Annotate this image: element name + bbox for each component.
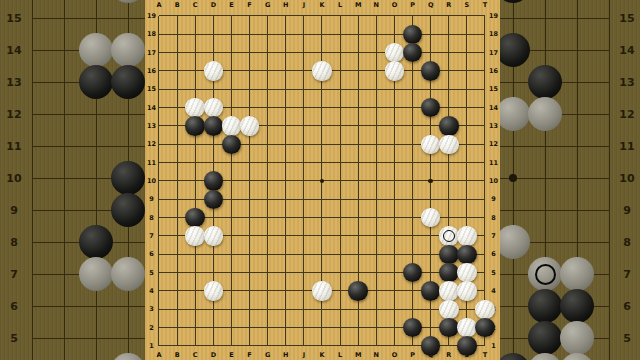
intersection-A3[interactable] bbox=[150, 300, 168, 318]
intersection-D1[interactable] bbox=[204, 337, 222, 355]
intersection-M14[interactable] bbox=[349, 98, 367, 116]
intersection-B3[interactable] bbox=[168, 300, 186, 318]
intersection-S7[interactable] bbox=[458, 227, 476, 245]
intersection-T19[interactable] bbox=[476, 7, 494, 25]
intersection-J7[interactable] bbox=[295, 227, 313, 245]
intersection-O13[interactable] bbox=[385, 117, 403, 135]
intersection-K1[interactable] bbox=[313, 337, 331, 355]
intersection-M1[interactable] bbox=[349, 337, 367, 355]
intersection-H16[interactable] bbox=[277, 62, 295, 80]
intersection-R18[interactable] bbox=[440, 25, 458, 43]
intersection-F7[interactable] bbox=[240, 227, 258, 245]
intersection-L16[interactable] bbox=[331, 62, 349, 80]
intersection-E1[interactable] bbox=[222, 337, 240, 355]
intersection-O9[interactable] bbox=[385, 190, 403, 208]
intersection-K17[interactable] bbox=[313, 43, 331, 61]
intersection-A4[interactable] bbox=[150, 282, 168, 300]
intersection-F16[interactable] bbox=[240, 62, 258, 80]
intersection-G8[interactable] bbox=[259, 208, 277, 226]
intersection-Q10[interactable] bbox=[422, 172, 440, 190]
intersection-K10[interactable] bbox=[313, 172, 331, 190]
intersection-J15[interactable] bbox=[295, 80, 313, 98]
intersection-Q16[interactable] bbox=[422, 62, 440, 80]
intersection-K7[interactable] bbox=[313, 227, 331, 245]
intersection-F19[interactable] bbox=[240, 7, 258, 25]
intersection-D19[interactable] bbox=[204, 7, 222, 25]
intersection-R8[interactable] bbox=[440, 208, 458, 226]
intersection-S11[interactable] bbox=[458, 153, 476, 171]
intersection-C19[interactable] bbox=[186, 7, 204, 25]
intersection-M17[interactable] bbox=[349, 43, 367, 61]
intersection-P18[interactable] bbox=[403, 25, 421, 43]
intersection-O11[interactable] bbox=[385, 153, 403, 171]
intersection-D16[interactable] bbox=[204, 62, 222, 80]
intersection-D9[interactable] bbox=[204, 190, 222, 208]
intersection-M9[interactable] bbox=[349, 190, 367, 208]
intersection-S19[interactable] bbox=[458, 7, 476, 25]
intersection-L13[interactable] bbox=[331, 117, 349, 135]
intersection-S10[interactable] bbox=[458, 172, 476, 190]
intersection-R15[interactable] bbox=[440, 80, 458, 98]
intersection-Q1[interactable] bbox=[422, 337, 440, 355]
intersection-Q12[interactable] bbox=[422, 135, 440, 153]
intersection-M7[interactable] bbox=[349, 227, 367, 245]
intersection-N9[interactable] bbox=[367, 190, 385, 208]
intersection-K2[interactable] bbox=[313, 318, 331, 336]
intersection-G1[interactable] bbox=[259, 337, 277, 355]
intersection-A10[interactable] bbox=[150, 172, 168, 190]
intersection-N1[interactable] bbox=[367, 337, 385, 355]
intersection-P6[interactable] bbox=[403, 245, 421, 263]
intersection-M6[interactable] bbox=[349, 245, 367, 263]
intersection-Q9[interactable] bbox=[422, 190, 440, 208]
intersection-H8[interactable] bbox=[277, 208, 295, 226]
intersection-O19[interactable] bbox=[385, 7, 403, 25]
intersection-D2[interactable] bbox=[204, 318, 222, 336]
intersection-F17[interactable] bbox=[240, 43, 258, 61]
intersection-L15[interactable] bbox=[331, 80, 349, 98]
intersection-T13[interactable] bbox=[476, 117, 494, 135]
intersection-G11[interactable] bbox=[259, 153, 277, 171]
intersection-T6[interactable] bbox=[476, 245, 494, 263]
intersection-M16[interactable] bbox=[349, 62, 367, 80]
intersection-G7[interactable] bbox=[259, 227, 277, 245]
intersection-B12[interactable] bbox=[168, 135, 186, 153]
intersection-Q11[interactable] bbox=[422, 153, 440, 171]
intersection-O5[interactable] bbox=[385, 263, 403, 281]
intersection-B4[interactable] bbox=[168, 282, 186, 300]
intersection-G19[interactable] bbox=[259, 7, 277, 25]
intersection-K3[interactable] bbox=[313, 300, 331, 318]
intersection-F2[interactable] bbox=[240, 318, 258, 336]
intersection-O17[interactable] bbox=[385, 43, 403, 61]
intersection-H19[interactable] bbox=[277, 7, 295, 25]
intersection-N19[interactable] bbox=[367, 7, 385, 25]
intersection-K11[interactable] bbox=[313, 153, 331, 171]
intersection-F10[interactable] bbox=[240, 172, 258, 190]
intersection-P5[interactable] bbox=[403, 263, 421, 281]
intersection-S8[interactable] bbox=[458, 208, 476, 226]
intersection-L6[interactable] bbox=[331, 245, 349, 263]
intersection-R13[interactable] bbox=[440, 117, 458, 135]
intersection-G15[interactable] bbox=[259, 80, 277, 98]
intersection-H13[interactable] bbox=[277, 117, 295, 135]
intersection-B14[interactable] bbox=[168, 98, 186, 116]
intersection-J3[interactable] bbox=[295, 300, 313, 318]
intersection-F11[interactable] bbox=[240, 153, 258, 171]
intersection-Q7[interactable] bbox=[422, 227, 440, 245]
intersection-L5[interactable] bbox=[331, 263, 349, 281]
intersection-J8[interactable] bbox=[295, 208, 313, 226]
go-board[interactable]: AABBCCDDEEFFGGHHJJKKLLMMNNOOPPQQRRSSTT19… bbox=[145, 0, 500, 360]
intersection-R12[interactable] bbox=[440, 135, 458, 153]
intersection-H17[interactable] bbox=[277, 43, 295, 61]
intersection-K18[interactable] bbox=[313, 25, 331, 43]
intersection-A1[interactable] bbox=[150, 337, 168, 355]
intersection-O1[interactable] bbox=[385, 337, 403, 355]
intersection-D4[interactable] bbox=[204, 282, 222, 300]
intersection-N12[interactable] bbox=[367, 135, 385, 153]
intersection-R1[interactable] bbox=[440, 337, 458, 355]
intersection-H18[interactable] bbox=[277, 25, 295, 43]
intersection-C16[interactable] bbox=[186, 62, 204, 80]
intersection-R7[interactable] bbox=[440, 227, 458, 245]
intersection-D18[interactable] bbox=[204, 25, 222, 43]
intersection-P16[interactable] bbox=[403, 62, 421, 80]
intersection-E11[interactable] bbox=[222, 153, 240, 171]
intersection-D10[interactable] bbox=[204, 172, 222, 190]
intersection-T11[interactable] bbox=[476, 153, 494, 171]
intersection-E12[interactable] bbox=[222, 135, 240, 153]
intersection-F1[interactable] bbox=[240, 337, 258, 355]
intersection-M13[interactable] bbox=[349, 117, 367, 135]
intersection-J9[interactable] bbox=[295, 190, 313, 208]
intersection-Q13[interactable] bbox=[422, 117, 440, 135]
intersection-K15[interactable] bbox=[313, 80, 331, 98]
intersection-K5[interactable] bbox=[313, 263, 331, 281]
intersection-Q17[interactable] bbox=[422, 43, 440, 61]
intersection-C1[interactable] bbox=[186, 337, 204, 355]
intersection-D8[interactable] bbox=[204, 208, 222, 226]
intersection-L7[interactable] bbox=[331, 227, 349, 245]
intersection-R3[interactable] bbox=[440, 300, 458, 318]
intersection-T2[interactable] bbox=[476, 318, 494, 336]
intersection-C9[interactable] bbox=[186, 190, 204, 208]
intersection-N2[interactable] bbox=[367, 318, 385, 336]
intersection-G9[interactable] bbox=[259, 190, 277, 208]
intersection-A2[interactable] bbox=[150, 318, 168, 336]
intersection-Q19[interactable] bbox=[422, 7, 440, 25]
intersection-P17[interactable] bbox=[403, 43, 421, 61]
intersection-F3[interactable] bbox=[240, 300, 258, 318]
intersection-G5[interactable] bbox=[259, 263, 277, 281]
intersection-B13[interactable] bbox=[168, 117, 186, 135]
intersection-L3[interactable] bbox=[331, 300, 349, 318]
intersection-S14[interactable] bbox=[458, 98, 476, 116]
intersection-N4[interactable] bbox=[367, 282, 385, 300]
intersection-O15[interactable] bbox=[385, 80, 403, 98]
intersection-B7[interactable] bbox=[168, 227, 186, 245]
intersection-A13[interactable] bbox=[150, 117, 168, 135]
intersection-A19[interactable] bbox=[150, 7, 168, 25]
intersection-L2[interactable] bbox=[331, 318, 349, 336]
intersection-P9[interactable] bbox=[403, 190, 421, 208]
intersection-P15[interactable] bbox=[403, 80, 421, 98]
intersection-M4[interactable] bbox=[349, 282, 367, 300]
intersection-N17[interactable] bbox=[367, 43, 385, 61]
intersection-L9[interactable] bbox=[331, 190, 349, 208]
intersection-Q15[interactable] bbox=[422, 80, 440, 98]
intersection-L11[interactable] bbox=[331, 153, 349, 171]
intersection-P10[interactable] bbox=[403, 172, 421, 190]
intersection-M8[interactable] bbox=[349, 208, 367, 226]
intersection-D3[interactable] bbox=[204, 300, 222, 318]
intersection-N14[interactable] bbox=[367, 98, 385, 116]
intersection-P4[interactable] bbox=[403, 282, 421, 300]
intersection-A5[interactable] bbox=[150, 263, 168, 281]
intersection-G13[interactable] bbox=[259, 117, 277, 135]
intersection-J10[interactable] bbox=[295, 172, 313, 190]
intersection-T17[interactable] bbox=[476, 43, 494, 61]
intersection-T9[interactable] bbox=[476, 190, 494, 208]
intersection-H4[interactable] bbox=[277, 282, 295, 300]
intersection-R19[interactable] bbox=[440, 7, 458, 25]
intersection-D15[interactable] bbox=[204, 80, 222, 98]
intersection-E14[interactable] bbox=[222, 98, 240, 116]
intersection-P19[interactable] bbox=[403, 7, 421, 25]
intersection-N3[interactable] bbox=[367, 300, 385, 318]
intersection-C13[interactable] bbox=[186, 117, 204, 135]
intersection-T5[interactable] bbox=[476, 263, 494, 281]
intersection-Q2[interactable] bbox=[422, 318, 440, 336]
intersection-O10[interactable] bbox=[385, 172, 403, 190]
intersection-E16[interactable] bbox=[222, 62, 240, 80]
intersection-C14[interactable] bbox=[186, 98, 204, 116]
intersection-O7[interactable] bbox=[385, 227, 403, 245]
intersection-C4[interactable] bbox=[186, 282, 204, 300]
intersection-E2[interactable] bbox=[222, 318, 240, 336]
intersection-A11[interactable] bbox=[150, 153, 168, 171]
intersection-E17[interactable] bbox=[222, 43, 240, 61]
intersection-Q6[interactable] bbox=[422, 245, 440, 263]
intersection-E5[interactable] bbox=[222, 263, 240, 281]
intersection-M5[interactable] bbox=[349, 263, 367, 281]
intersection-L19[interactable] bbox=[331, 7, 349, 25]
intersection-D7[interactable] bbox=[204, 227, 222, 245]
intersection-E3[interactable] bbox=[222, 300, 240, 318]
intersection-A14[interactable] bbox=[150, 98, 168, 116]
intersection-R17[interactable] bbox=[440, 43, 458, 61]
intersection-T8[interactable] bbox=[476, 208, 494, 226]
intersection-N10[interactable] bbox=[367, 172, 385, 190]
intersection-T12[interactable] bbox=[476, 135, 494, 153]
intersection-A17[interactable] bbox=[150, 43, 168, 61]
intersection-B16[interactable] bbox=[168, 62, 186, 80]
intersection-Q3[interactable] bbox=[422, 300, 440, 318]
intersection-D17[interactable] bbox=[204, 43, 222, 61]
intersection-S18[interactable] bbox=[458, 25, 476, 43]
intersection-P7[interactable] bbox=[403, 227, 421, 245]
intersection-L18[interactable] bbox=[331, 25, 349, 43]
intersection-N5[interactable] bbox=[367, 263, 385, 281]
intersection-B10[interactable] bbox=[168, 172, 186, 190]
intersection-S5[interactable] bbox=[458, 263, 476, 281]
intersection-C2[interactable] bbox=[186, 318, 204, 336]
intersection-C7[interactable] bbox=[186, 227, 204, 245]
intersection-Q8[interactable] bbox=[422, 208, 440, 226]
intersection-G16[interactable] bbox=[259, 62, 277, 80]
intersection-K14[interactable] bbox=[313, 98, 331, 116]
intersection-S15[interactable] bbox=[458, 80, 476, 98]
intersection-E18[interactable] bbox=[222, 25, 240, 43]
intersection-J18[interactable] bbox=[295, 25, 313, 43]
intersection-M3[interactable] bbox=[349, 300, 367, 318]
intersection-J2[interactable] bbox=[295, 318, 313, 336]
intersection-N15[interactable] bbox=[367, 80, 385, 98]
intersection-B5[interactable] bbox=[168, 263, 186, 281]
intersection-R10[interactable] bbox=[440, 172, 458, 190]
intersection-B18[interactable] bbox=[168, 25, 186, 43]
intersection-D13[interactable] bbox=[204, 117, 222, 135]
intersection-N8[interactable] bbox=[367, 208, 385, 226]
intersection-A16[interactable] bbox=[150, 62, 168, 80]
intersection-F9[interactable] bbox=[240, 190, 258, 208]
intersection-B11[interactable] bbox=[168, 153, 186, 171]
intersection-R9[interactable] bbox=[440, 190, 458, 208]
intersection-G3[interactable] bbox=[259, 300, 277, 318]
intersection-C12[interactable] bbox=[186, 135, 204, 153]
intersection-K4[interactable] bbox=[313, 282, 331, 300]
intersection-G2[interactable] bbox=[259, 318, 277, 336]
intersection-E19[interactable] bbox=[222, 7, 240, 25]
intersection-D6[interactable] bbox=[204, 245, 222, 263]
intersection-R14[interactable] bbox=[440, 98, 458, 116]
intersection-L10[interactable] bbox=[331, 172, 349, 190]
intersection-C10[interactable] bbox=[186, 172, 204, 190]
intersection-M10[interactable] bbox=[349, 172, 367, 190]
intersection-K19[interactable] bbox=[313, 7, 331, 25]
intersection-T18[interactable] bbox=[476, 25, 494, 43]
intersection-J4[interactable] bbox=[295, 282, 313, 300]
intersection-L1[interactable] bbox=[331, 337, 349, 355]
intersection-K12[interactable] bbox=[313, 135, 331, 153]
intersection-J5[interactable] bbox=[295, 263, 313, 281]
intersection-M2[interactable] bbox=[349, 318, 367, 336]
intersection-M12[interactable] bbox=[349, 135, 367, 153]
intersection-E4[interactable] bbox=[222, 282, 240, 300]
intersection-E10[interactable] bbox=[222, 172, 240, 190]
intersection-S1[interactable] bbox=[458, 337, 476, 355]
intersection-A18[interactable] bbox=[150, 25, 168, 43]
intersection-R16[interactable] bbox=[440, 62, 458, 80]
intersection-F15[interactable] bbox=[240, 80, 258, 98]
intersection-J1[interactable] bbox=[295, 337, 313, 355]
intersection-J11[interactable] bbox=[295, 153, 313, 171]
intersection-O12[interactable] bbox=[385, 135, 403, 153]
intersection-P12[interactable] bbox=[403, 135, 421, 153]
intersection-B2[interactable] bbox=[168, 318, 186, 336]
intersection-T3[interactable] bbox=[476, 300, 494, 318]
intersection-A12[interactable] bbox=[150, 135, 168, 153]
intersection-C17[interactable] bbox=[186, 43, 204, 61]
intersection-C5[interactable] bbox=[186, 263, 204, 281]
intersection-H10[interactable] bbox=[277, 172, 295, 190]
intersection-F12[interactable] bbox=[240, 135, 258, 153]
intersection-O3[interactable] bbox=[385, 300, 403, 318]
intersection-K13[interactable] bbox=[313, 117, 331, 135]
intersection-F14[interactable] bbox=[240, 98, 258, 116]
intersection-B6[interactable] bbox=[168, 245, 186, 263]
intersection-B17[interactable] bbox=[168, 43, 186, 61]
intersection-E9[interactable] bbox=[222, 190, 240, 208]
intersection-G14[interactable] bbox=[259, 98, 277, 116]
intersection-H5[interactable] bbox=[277, 263, 295, 281]
intersection-R2[interactable] bbox=[440, 318, 458, 336]
intersection-L17[interactable] bbox=[331, 43, 349, 61]
intersection-S16[interactable] bbox=[458, 62, 476, 80]
intersection-O4[interactable] bbox=[385, 282, 403, 300]
intersection-A6[interactable] bbox=[150, 245, 168, 263]
intersection-O14[interactable] bbox=[385, 98, 403, 116]
intersection-C18[interactable] bbox=[186, 25, 204, 43]
intersection-Q4[interactable] bbox=[422, 282, 440, 300]
intersection-S6[interactable] bbox=[458, 245, 476, 263]
intersection-K9[interactable] bbox=[313, 190, 331, 208]
intersection-T7[interactable] bbox=[476, 227, 494, 245]
intersection-P1[interactable] bbox=[403, 337, 421, 355]
intersection-H3[interactable] bbox=[277, 300, 295, 318]
intersection-T1[interactable] bbox=[476, 337, 494, 355]
intersection-C11[interactable] bbox=[186, 153, 204, 171]
intersection-H2[interactable] bbox=[277, 318, 295, 336]
intersection-E8[interactable] bbox=[222, 208, 240, 226]
intersection-J13[interactable] bbox=[295, 117, 313, 135]
intersection-S3[interactable] bbox=[458, 300, 476, 318]
intersection-J17[interactable] bbox=[295, 43, 313, 61]
intersection-S4[interactable] bbox=[458, 282, 476, 300]
intersection-G4[interactable] bbox=[259, 282, 277, 300]
intersection-F4[interactable] bbox=[240, 282, 258, 300]
intersection-R11[interactable] bbox=[440, 153, 458, 171]
intersection-D12[interactable] bbox=[204, 135, 222, 153]
intersection-G6[interactable] bbox=[259, 245, 277, 263]
intersection-O2[interactable] bbox=[385, 318, 403, 336]
intersection-C15[interactable] bbox=[186, 80, 204, 98]
intersection-Q5[interactable] bbox=[422, 263, 440, 281]
intersection-E15[interactable] bbox=[222, 80, 240, 98]
intersection-N6[interactable] bbox=[367, 245, 385, 263]
intersection-J6[interactable] bbox=[295, 245, 313, 263]
intersection-C8[interactable] bbox=[186, 208, 204, 226]
intersection-G18[interactable] bbox=[259, 25, 277, 43]
intersection-D5[interactable] bbox=[204, 263, 222, 281]
intersection-K16[interactable] bbox=[313, 62, 331, 80]
intersection-S17[interactable] bbox=[458, 43, 476, 61]
intersection-F18[interactable] bbox=[240, 25, 258, 43]
intersection-L8[interactable] bbox=[331, 208, 349, 226]
intersection-O16[interactable] bbox=[385, 62, 403, 80]
intersection-L14[interactable] bbox=[331, 98, 349, 116]
intersection-F6[interactable] bbox=[240, 245, 258, 263]
intersection-C3[interactable] bbox=[186, 300, 204, 318]
intersection-P2[interactable] bbox=[403, 318, 421, 336]
intersection-D14[interactable] bbox=[204, 98, 222, 116]
intersection-B15[interactable] bbox=[168, 80, 186, 98]
intersection-T10[interactable] bbox=[476, 172, 494, 190]
intersection-L12[interactable] bbox=[331, 135, 349, 153]
intersection-M11[interactable] bbox=[349, 153, 367, 171]
intersection-J12[interactable] bbox=[295, 135, 313, 153]
